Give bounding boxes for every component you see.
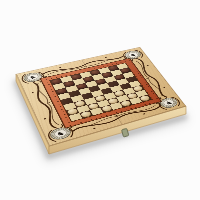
square-7-7[interactable] (138, 95, 151, 102)
photo-of-checkers-set: ♞ ♞ ♞ ♞ (0, 0, 200, 200)
piece-light[interactable] (139, 95, 150, 101)
